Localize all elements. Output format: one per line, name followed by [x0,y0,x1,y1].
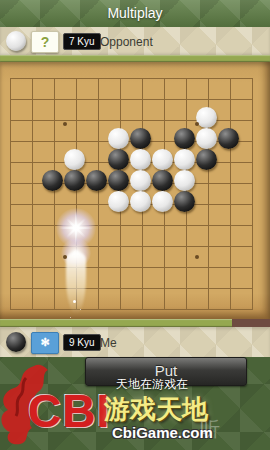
black-stone [108,149,129,170]
white-stone [152,149,173,170]
watermark-faint-char: 听 [200,416,220,443]
white-stone [130,170,151,191]
star-point [195,122,199,126]
white-stone [174,170,195,191]
dragon-graphic [0,358,66,448]
white-stone [108,191,129,212]
black-stone [196,149,217,170]
black-stone [42,170,63,191]
time-used-segment [232,319,270,327]
white-stone-last-move [64,149,85,170]
star-point [63,255,67,259]
black-stone [218,128,239,149]
opponent-rank-badge: 7 Kyu [63,33,101,50]
white-stone [130,149,151,170]
watermark-title: 游戏天地 [104,392,208,427]
title-bar: Multiplay [0,0,270,27]
opponent-time-bar [0,55,270,62]
watermark-brand: CBI [28,384,110,438]
opponent-row: ? 7 Kyu Opponent [0,27,270,56]
me-rank-badge: 9 Kyu [63,334,101,351]
black-stone [86,170,107,191]
black-stone [174,191,195,212]
me-row: ✻ 9 Kyu Me [0,327,270,357]
black-stone [152,170,173,191]
un-flag-icon: ✻ [31,332,59,354]
black-stone [108,170,129,191]
white-stone [196,107,217,128]
unknown-flag-icon: ? [31,31,59,53]
put-button[interactable]: Put [85,357,247,386]
white-stone [108,128,129,149]
watermark-site: CbiGame.com [112,424,213,441]
white-stone [152,191,173,212]
white-stone [174,149,195,170]
app-window: Multiplay ? 7 Kyu Opponent ✻ 9 Kyu Me Pu… [0,0,270,450]
page-title: Multiplay [107,5,162,21]
star-point [63,122,67,126]
me-name: Me [100,336,117,350]
black-stone [64,170,85,191]
white-stone [130,191,151,212]
white-stone [196,128,217,149]
black-stone [174,128,195,149]
black-stone [130,128,151,149]
opponent-name: Opponent [100,35,153,49]
my-time-bar [0,319,270,327]
star-point [195,255,199,259]
opponent-stone-avatar [6,31,26,51]
gomoku-board[interactable] [0,62,270,319]
me-stone-avatar [6,332,26,352]
